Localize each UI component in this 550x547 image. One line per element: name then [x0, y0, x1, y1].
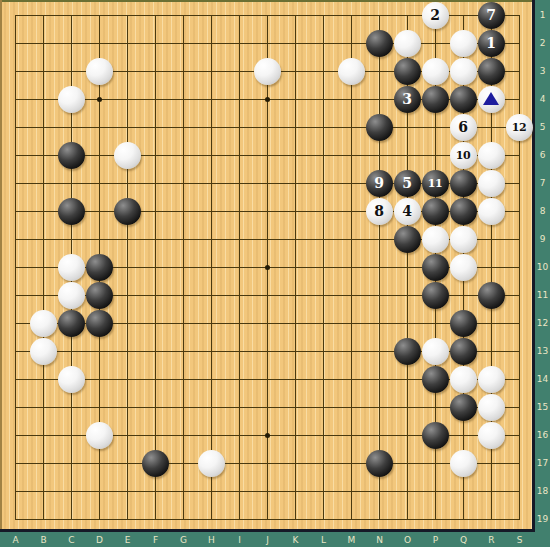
- stone-black-N5: [366, 114, 393, 141]
- stone-black-O3: [394, 58, 421, 85]
- stone-black-N7: 9: [366, 170, 393, 197]
- move-number-label: 10: [456, 150, 470, 161]
- col-label-S: S: [512, 534, 527, 546]
- stone-white-Q10: [450, 254, 477, 281]
- row-label-10: 10: [535, 261, 550, 273]
- col-label-B: B: [36, 534, 51, 546]
- col-label-M: M: [344, 534, 359, 546]
- stone-black-O4: 3: [394, 86, 421, 113]
- row-label-12: 12: [535, 317, 550, 329]
- move-number-label: 7: [486, 8, 496, 22]
- stone-black-Q7: [450, 170, 477, 197]
- row-label-15: 15: [535, 401, 550, 413]
- star-point-J4: [265, 97, 270, 102]
- col-label-P: P: [428, 534, 443, 546]
- move-number-label: 5: [402, 176, 412, 190]
- row-label-11: 11: [535, 289, 550, 301]
- row-label-6: 6: [535, 149, 550, 161]
- stone-white-C11: [58, 282, 85, 309]
- move-number-label: 3: [402, 92, 412, 106]
- row-label-17: 17: [535, 457, 550, 469]
- stone-white-Q17: [450, 450, 477, 477]
- stone-white-R14: [478, 366, 505, 393]
- stone-black-P14: [422, 366, 449, 393]
- stone-white-P1: 2: [422, 2, 449, 29]
- col-label-J: J: [260, 534, 275, 546]
- stone-white-C14: [58, 366, 85, 393]
- stone-white-B12: [30, 310, 57, 337]
- stone-black-Q8: [450, 198, 477, 225]
- star-point-J16: [265, 433, 270, 438]
- triangle-marker-icon: [483, 92, 499, 105]
- go-diagram-screen: 271361210951184 123456789101112131415161…: [0, 0, 550, 547]
- move-number-label: 6: [458, 120, 468, 134]
- col-label-N: N: [372, 534, 387, 546]
- move-number-label: 12: [512, 122, 526, 133]
- stone-black-C6: [58, 142, 85, 169]
- board-frame-bottom: [0, 529, 535, 532]
- stone-white-P9: [422, 226, 449, 253]
- row-label-13: 13: [535, 345, 550, 357]
- stone-white-Q6: 10: [450, 142, 477, 169]
- row-label-19: 19: [535, 513, 550, 525]
- row-label-8: 8: [535, 205, 550, 217]
- stone-white-P3: [422, 58, 449, 85]
- stone-white-M3: [338, 58, 365, 85]
- stone-black-F17: [142, 450, 169, 477]
- stone-white-R15: [478, 394, 505, 421]
- stone-black-Q15: [450, 394, 477, 421]
- col-label-O: O: [400, 534, 415, 546]
- stone-black-Q13: [450, 338, 477, 365]
- stone-white-H17: [198, 450, 225, 477]
- stone-black-P8: [422, 198, 449, 225]
- stone-black-R11: [478, 282, 505, 309]
- stone-white-O8: 4: [394, 198, 421, 225]
- col-label-E: E: [120, 534, 135, 546]
- stone-black-E8: [114, 198, 141, 225]
- stone-black-Q12: [450, 310, 477, 337]
- stone-white-B13: [30, 338, 57, 365]
- row-label-5: 5: [535, 121, 550, 133]
- stone-black-P11: [422, 282, 449, 309]
- row-label-14: 14: [535, 373, 550, 385]
- col-label-G: G: [176, 534, 191, 546]
- stone-black-D12: [86, 310, 113, 337]
- star-point-J10: [265, 265, 270, 270]
- stone-black-C12: [58, 310, 85, 337]
- move-number-label: 11: [428, 178, 442, 189]
- stone-black-O13: [394, 338, 421, 365]
- stone-black-D10: [86, 254, 113, 281]
- stone-white-C4: [58, 86, 85, 113]
- stone-black-R2: 1: [478, 30, 505, 57]
- stone-white-P13: [422, 338, 449, 365]
- stone-black-N17: [366, 450, 393, 477]
- stone-black-R1: 7: [478, 2, 505, 29]
- stone-white-N8: 8: [366, 198, 393, 225]
- col-label-I: I: [232, 534, 247, 546]
- stone-black-O9: [394, 226, 421, 253]
- stone-black-P7: 11: [422, 170, 449, 197]
- stone-white-D3: [86, 58, 113, 85]
- stone-black-P16: [422, 422, 449, 449]
- stone-white-E6: [114, 142, 141, 169]
- stone-black-N2: [366, 30, 393, 57]
- row-label-9: 9: [535, 233, 550, 245]
- star-point-D4: [97, 97, 102, 102]
- stone-white-S5: 12: [506, 114, 533, 141]
- stone-white-Q2: [450, 30, 477, 57]
- stone-white-R4: [478, 86, 505, 113]
- col-label-D: D: [92, 534, 107, 546]
- col-label-C: C: [64, 534, 79, 546]
- stone-black-O7: 5: [394, 170, 421, 197]
- stone-white-R7: [478, 170, 505, 197]
- col-label-H: H: [204, 534, 219, 546]
- stone-white-C10: [58, 254, 85, 281]
- stone-black-P4: [422, 86, 449, 113]
- col-label-F: F: [148, 534, 163, 546]
- row-label-16: 16: [535, 429, 550, 441]
- col-label-L: L: [316, 534, 331, 546]
- board-frame-top: [0, 0, 535, 2]
- move-number-label: 8: [374, 204, 384, 218]
- move-number-label: 4: [402, 204, 412, 218]
- col-label-Q: Q: [456, 534, 471, 546]
- col-label-R: R: [484, 534, 499, 546]
- row-label-2: 2: [535, 37, 550, 49]
- stone-white-O2: [394, 30, 421, 57]
- stone-black-D11: [86, 282, 113, 309]
- move-number-label: 2: [430, 8, 440, 22]
- stone-black-R3: [478, 58, 505, 85]
- stone-white-R16: [478, 422, 505, 449]
- stone-white-Q14: [450, 366, 477, 393]
- row-label-18: 18: [535, 485, 550, 497]
- stone-white-R8: [478, 198, 505, 225]
- stone-black-Q4: [450, 86, 477, 113]
- board-frame-left: [0, 0, 2, 532]
- stone-white-Q3: [450, 58, 477, 85]
- col-label-A: A: [8, 534, 23, 546]
- stone-black-P10: [422, 254, 449, 281]
- stone-white-Q9: [450, 226, 477, 253]
- stone-white-R6: [478, 142, 505, 169]
- row-label-1: 1: [535, 9, 550, 21]
- stone-white-D16: [86, 422, 113, 449]
- goban-board[interactable]: 271361210951184: [0, 0, 535, 532]
- move-number-label: 9: [374, 176, 384, 190]
- stone-white-Q5: 6: [450, 114, 477, 141]
- move-number-label: 1: [486, 36, 496, 50]
- row-label-3: 3: [535, 65, 550, 77]
- stone-black-C8: [58, 198, 85, 225]
- row-label-4: 4: [535, 93, 550, 105]
- row-label-7: 7: [535, 177, 550, 189]
- col-label-K: K: [288, 534, 303, 546]
- stone-white-J3: [254, 58, 281, 85]
